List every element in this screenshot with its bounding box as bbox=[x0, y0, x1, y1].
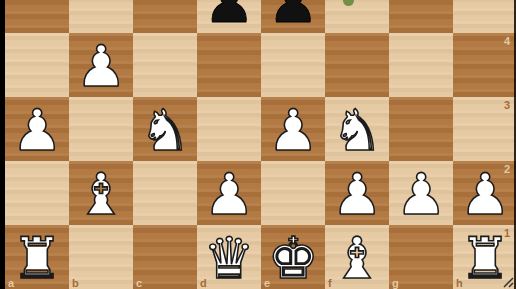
square-h5[interactable] bbox=[453, 0, 516, 33]
file-label-b: b bbox=[72, 277, 79, 289]
square-e4[interactable] bbox=[261, 33, 325, 97]
rank-label-3: 3 bbox=[504, 99, 510, 111]
square-g1[interactable]: g bbox=[389, 225, 453, 289]
window-edge-left bbox=[0, 0, 5, 289]
white-pawn-f2-piece[interactable]: ♟ bbox=[325, 161, 389, 225]
square-c5[interactable] bbox=[133, 0, 197, 33]
square-g5[interactable] bbox=[389, 0, 453, 33]
file-label-g: g bbox=[392, 277, 399, 289]
square-b4[interactable]: ♟ bbox=[69, 33, 133, 97]
square-c3[interactable]: ♞ bbox=[133, 97, 197, 161]
white-pawn-a3-piece[interactable]: ♟ bbox=[5, 97, 69, 161]
black-pawn-d5-piece[interactable]: ♟ bbox=[197, 0, 261, 33]
white-knight-f3-piece[interactable]: ♞ bbox=[325, 97, 389, 161]
square-b3[interactable] bbox=[69, 97, 133, 161]
square-b2[interactable]: ♝ bbox=[69, 161, 133, 225]
square-d3[interactable] bbox=[197, 97, 261, 161]
move-hint-dot-f5 bbox=[343, 0, 354, 6]
square-b5[interactable] bbox=[69, 0, 133, 33]
square-a1[interactable]: a♜ bbox=[5, 225, 69, 289]
square-d4[interactable] bbox=[197, 33, 261, 97]
square-d2[interactable]: ♟ bbox=[197, 161, 261, 225]
white-queen-d1-piece[interactable]: ♛ bbox=[197, 225, 261, 289]
square-f2[interactable]: ♟ bbox=[325, 161, 389, 225]
resize-gripper-icon[interactable] bbox=[502, 276, 514, 288]
square-g3[interactable] bbox=[389, 97, 453, 161]
square-c4[interactable] bbox=[133, 33, 197, 97]
white-rook-a1-piece[interactable]: ♜ bbox=[5, 225, 69, 289]
square-e3[interactable]: ♟ bbox=[261, 97, 325, 161]
square-d1[interactable]: d♛ bbox=[197, 225, 261, 289]
square-f4[interactable] bbox=[325, 33, 389, 97]
chess-board[interactable]: ♟♟♟4♟♞♟♞3♝♟♟♟2♟a♜bcd♛e♚f♝gh1♜ bbox=[5, 0, 516, 289]
white-pawn-d2-piece[interactable]: ♟ bbox=[197, 161, 261, 225]
square-b1[interactable]: b bbox=[69, 225, 133, 289]
square-a2[interactable] bbox=[5, 161, 69, 225]
white-pawn-b4-piece[interactable]: ♟ bbox=[69, 33, 133, 97]
rank-label-4: 4 bbox=[504, 35, 510, 47]
square-f1[interactable]: f♝ bbox=[325, 225, 389, 289]
square-d5[interactable]: ♟ bbox=[197, 0, 261, 33]
white-bishop-f1-piece[interactable]: ♝ bbox=[325, 225, 389, 289]
square-e2[interactable] bbox=[261, 161, 325, 225]
black-pawn-e5-piece[interactable]: ♟ bbox=[261, 0, 325, 33]
file-label-c: c bbox=[136, 277, 142, 289]
square-h4[interactable]: 4 bbox=[453, 33, 516, 97]
white-pawn-g2-piece[interactable]: ♟ bbox=[389, 161, 453, 225]
white-pawn-h2-piece[interactable]: ♟ bbox=[453, 161, 516, 225]
square-a4[interactable] bbox=[5, 33, 69, 97]
white-pawn-e3-piece[interactable]: ♟ bbox=[261, 97, 325, 161]
white-knight-c3-piece[interactable]: ♞ bbox=[133, 97, 197, 161]
white-bishop-b2-piece[interactable]: ♝ bbox=[69, 161, 133, 225]
square-h3[interactable]: 3 bbox=[453, 97, 516, 161]
square-g4[interactable] bbox=[389, 33, 453, 97]
square-a3[interactable]: ♟ bbox=[5, 97, 69, 161]
square-f3[interactable]: ♞ bbox=[325, 97, 389, 161]
square-f5[interactable] bbox=[325, 0, 389, 33]
square-g2[interactable]: ♟ bbox=[389, 161, 453, 225]
square-h2[interactable]: 2♟ bbox=[453, 161, 516, 225]
square-a5[interactable] bbox=[5, 0, 69, 33]
square-c1[interactable]: c bbox=[133, 225, 197, 289]
chess-app-window: ♟♟♟4♟♞♟♞3♝♟♟♟2♟a♜bcd♛e♚f♝gh1♜ bbox=[0, 0, 516, 289]
white-king-e1-piece[interactable]: ♚ bbox=[261, 225, 325, 289]
square-e1[interactable]: e♚ bbox=[261, 225, 325, 289]
square-e5[interactable]: ♟ bbox=[261, 0, 325, 33]
gripper-lines bbox=[504, 278, 513, 287]
square-c2[interactable] bbox=[133, 161, 197, 225]
